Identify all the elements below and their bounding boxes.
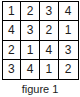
grid-cell-r1c4: 4 [59, 2, 78, 21]
grid-cell-r3c1: 2 [3, 41, 22, 60]
grid-cell-r2c2: 3 [21, 21, 40, 40]
figure-caption: figure 1 [22, 83, 59, 95]
grid-cell-r4c4: 2 [59, 60, 78, 79]
grid-cell-r4c1: 3 [3, 60, 22, 79]
latin-square-grid: 1 2 3 4 4 3 2 1 2 1 4 3 3 4 1 2 [2, 1, 79, 80]
grid-cell-r2c1: 4 [3, 21, 22, 40]
grid-cell-r1c2: 2 [21, 2, 40, 21]
figure-1: 1 2 3 4 4 3 2 1 2 1 4 3 3 4 1 2 figure 1 [0, 0, 80, 97]
grid-cell-r2c4: 1 [59, 21, 78, 40]
grid-cell-r3c4: 3 [59, 41, 78, 60]
grid-cell-r2c3: 2 [40, 21, 59, 40]
grid-cell-r4c2: 4 [21, 60, 40, 79]
grid-cell-r3c3: 4 [40, 41, 59, 60]
grid-cell-r3c2: 1 [21, 41, 40, 60]
grid-cell-r1c1: 1 [3, 2, 22, 21]
grid-cell-r4c3: 1 [40, 60, 59, 79]
grid-cell-r1c3: 3 [40, 2, 59, 21]
